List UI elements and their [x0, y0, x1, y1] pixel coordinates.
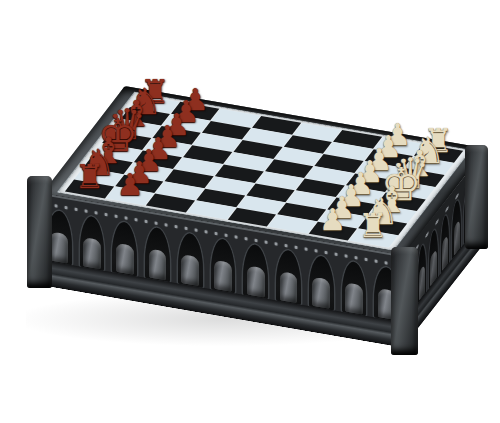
column: [116, 243, 134, 275]
gothic-arch-niche: [211, 237, 236, 293]
column: [345, 282, 363, 314]
column: [181, 254, 199, 286]
column: [214, 260, 232, 292]
gothic-arch-niche: [276, 248, 301, 304]
gothic-arch-niche: [178, 231, 203, 287]
gothic-arch-niche: [112, 220, 137, 276]
gothic-arch-niche: [309, 254, 334, 310]
corner-pillar-right: [465, 145, 488, 249]
gothic-arch-niche: [145, 226, 170, 282]
gothic-arch-niche: [243, 243, 268, 299]
column: [247, 265, 265, 297]
gothic-arch-niche: [80, 215, 105, 271]
chess-set-product-photo: ♜♞♝♛♚♝♞♜♟♟♟♟♟♟♟♟♟♟♟♟♟♟♟♟♜♞♝♛♚♝♞♜: [0, 0, 500, 423]
column: [149, 248, 167, 280]
corner-pillar-front: [391, 247, 418, 355]
column: [280, 271, 298, 303]
corner-pillar-left: [27, 176, 52, 288]
gothic-arch-niche: [342, 260, 367, 316]
column: [50, 231, 68, 263]
column: [312, 277, 330, 309]
column: [83, 237, 101, 269]
